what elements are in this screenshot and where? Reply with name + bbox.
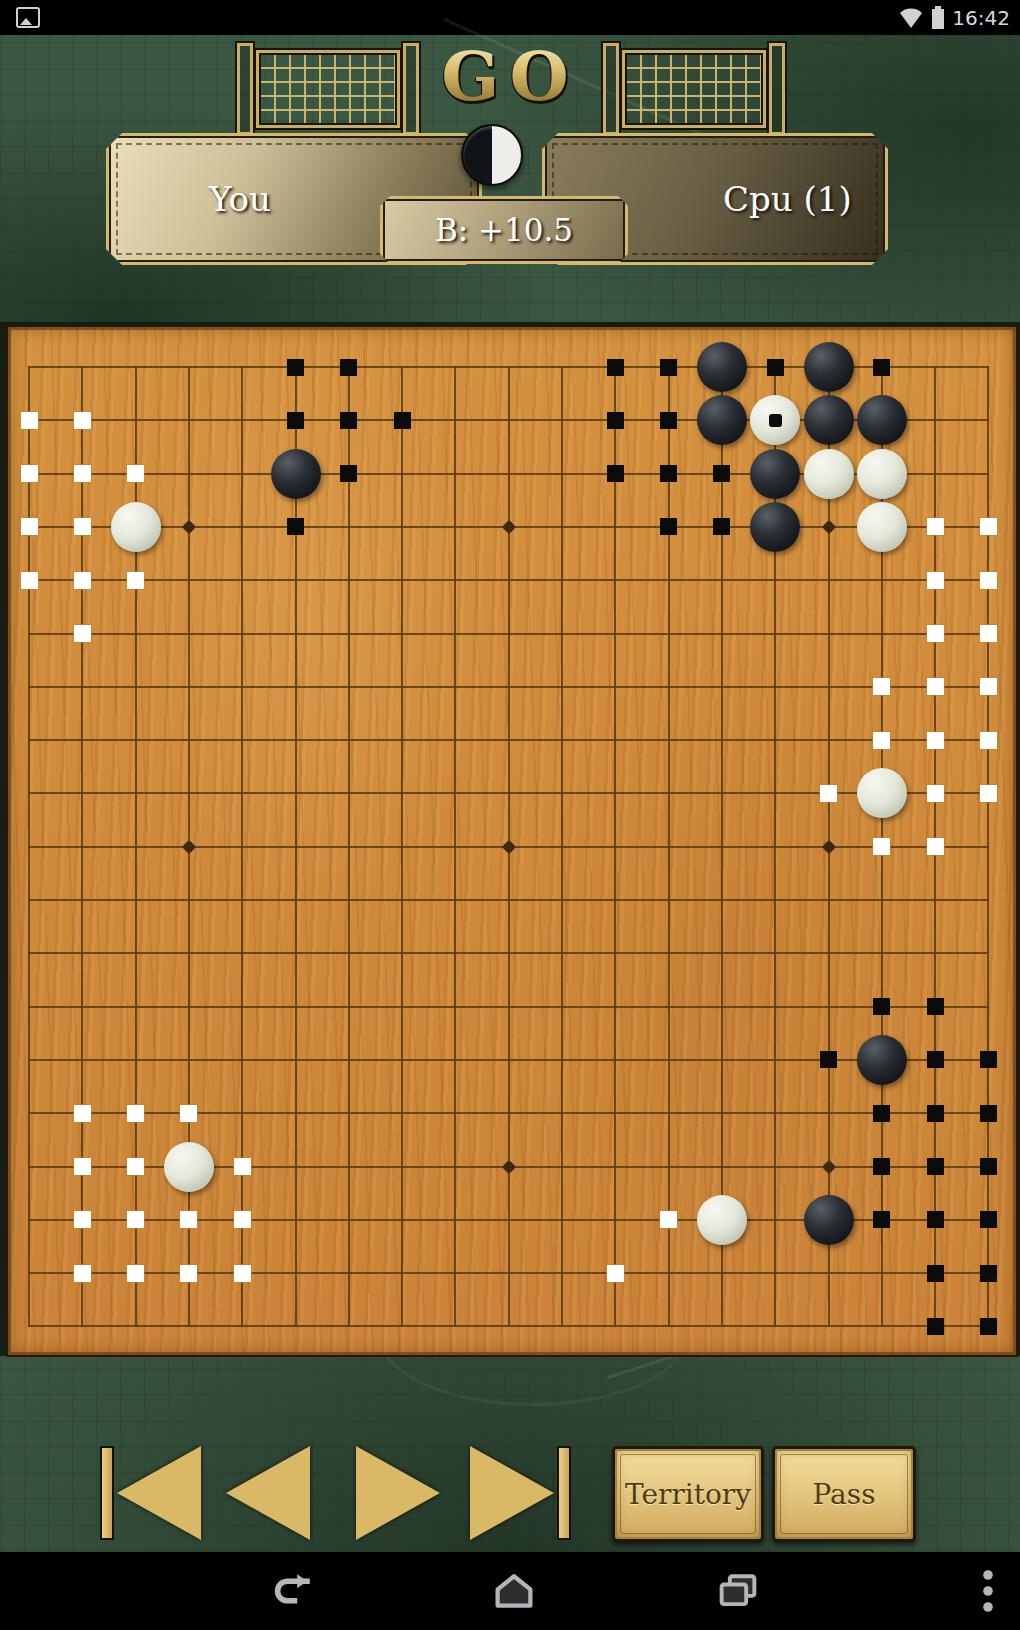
black-territory-mark <box>287 412 304 429</box>
app-title: GO <box>0 36 1020 116</box>
black-stone <box>857 1035 907 1085</box>
black-territory-mark <box>340 359 357 376</box>
star-point <box>821 520 835 534</box>
black-stone <box>697 342 747 392</box>
white-territory-mark <box>927 678 944 695</box>
white-territory-mark <box>21 412 38 429</box>
triangle-left-icon <box>226 1446 310 1540</box>
star-point <box>821 1159 835 1173</box>
star-point <box>821 840 835 854</box>
black-territory-mark <box>873 998 890 1015</box>
white-territory-mark <box>980 572 997 589</box>
white-territory-mark <box>607 1265 624 1282</box>
white-stone <box>857 449 907 499</box>
white-territory-mark <box>127 572 144 589</box>
go-to-end-button[interactable] <box>470 1444 571 1542</box>
territory-button[interactable]: Territory <box>612 1446 764 1542</box>
star-point <box>502 520 516 534</box>
white-territory-mark <box>21 465 38 482</box>
black-territory-mark <box>607 359 624 376</box>
white-territory-mark <box>927 838 944 855</box>
white-territory-mark <box>927 625 944 642</box>
grid-line <box>28 899 989 901</box>
black-territory-mark <box>980 1158 997 1175</box>
triangle-right-icon <box>470 1446 554 1540</box>
grid-line <box>28 1112 989 1114</box>
black-stone <box>857 395 907 445</box>
black-territory-mark <box>660 412 677 429</box>
white-territory-mark <box>927 518 944 535</box>
go-to-start-button[interactable] <box>100 1444 201 1542</box>
star-point <box>502 1159 516 1173</box>
board-frame <box>0 322 1020 1356</box>
triangle-left-icon <box>117 1446 201 1540</box>
score-plate: B: +10.5 <box>380 196 628 264</box>
white-territory-mark <box>74 572 91 589</box>
black-stone <box>804 1195 854 1245</box>
star-point <box>502 840 516 854</box>
white-stone <box>857 502 907 552</box>
white-territory-mark <box>74 1211 91 1228</box>
black-stone <box>750 449 800 499</box>
black-territory-mark <box>927 1158 944 1175</box>
grid-line <box>28 1006 989 1008</box>
grid-line <box>28 952 989 954</box>
grid-line <box>28 1059 989 1061</box>
last-move-marker <box>769 414 782 427</box>
black-stone <box>804 342 854 392</box>
territory-button-label: Territory <box>625 1478 751 1511</box>
white-territory-mark <box>234 1211 251 1228</box>
white-territory-mark <box>74 1158 91 1175</box>
notification-icon <box>16 7 40 28</box>
menu-button[interactable] <box>982 1569 994 1613</box>
black-territory-mark <box>660 518 677 535</box>
white-stone <box>111 502 161 552</box>
white-territory-mark <box>927 572 944 589</box>
back-button[interactable] <box>272 1574 314 1608</box>
white-territory-mark <box>980 785 997 802</box>
white-territory-mark <box>820 785 837 802</box>
white-stone <box>164 1142 214 1192</box>
white-territory-mark <box>127 1265 144 1282</box>
black-territory-mark <box>287 518 304 535</box>
white-territory-mark <box>74 1105 91 1122</box>
white-territory-mark <box>660 1211 677 1228</box>
white-territory-mark <box>873 838 890 855</box>
white-territory-mark <box>927 732 944 749</box>
black-territory-mark <box>927 1211 944 1228</box>
white-territory-mark <box>873 678 890 695</box>
white-territory-mark <box>127 1105 144 1122</box>
black-territory-mark <box>660 465 677 482</box>
black-territory-mark <box>820 1051 837 1068</box>
white-stone <box>697 1195 747 1245</box>
white-territory-mark <box>74 518 91 535</box>
black-territory-mark <box>873 1211 890 1228</box>
clock: 16:42 <box>952 6 1010 30</box>
grid-line <box>668 366 670 1327</box>
black-territory-mark <box>873 1105 890 1122</box>
recents-button[interactable] <box>716 1573 760 1609</box>
step-forward-button[interactable] <box>356 1444 440 1542</box>
skip-bar-icon <box>557 1446 571 1540</box>
black-territory-mark <box>980 1211 997 1228</box>
white-territory-mark <box>180 1105 197 1122</box>
black-territory-mark <box>767 359 784 376</box>
grid-line <box>721 366 723 1327</box>
black-territory-mark <box>873 1158 890 1175</box>
black-territory-mark <box>340 465 357 482</box>
black-territory-mark <box>394 412 411 429</box>
black-territory-mark <box>713 465 730 482</box>
white-territory-mark <box>127 465 144 482</box>
status-bar: 16:42 <box>0 0 1020 35</box>
pass-button-label: Pass <box>812 1478 875 1511</box>
black-territory-mark <box>660 359 677 376</box>
wifi-icon <box>898 6 924 30</box>
black-territory-mark <box>340 412 357 429</box>
white-territory-mark <box>180 1211 197 1228</box>
home-button[interactable] <box>492 1573 536 1609</box>
black-territory-mark <box>927 1105 944 1122</box>
black-territory-mark <box>980 1105 997 1122</box>
black-white-stone-icon <box>461 124 523 186</box>
battery-icon <box>931 6 945 30</box>
black-territory-mark <box>980 1265 997 1282</box>
white-territory-mark <box>980 678 997 695</box>
white-territory-mark <box>21 518 38 535</box>
grid-line <box>987 366 989 1327</box>
star-point <box>182 840 196 854</box>
black-territory-mark <box>927 1051 944 1068</box>
black-territory-mark <box>607 465 624 482</box>
black-territory-mark <box>980 1318 997 1335</box>
white-territory-mark <box>74 412 91 429</box>
white-territory-mark <box>127 1158 144 1175</box>
black-stone <box>804 395 854 445</box>
grid-line <box>28 1272 989 1274</box>
white-stone <box>857 768 907 818</box>
white-territory-mark <box>127 1211 144 1228</box>
white-stone <box>750 395 800 445</box>
star-point <box>182 520 196 534</box>
black-territory-mark <box>927 1318 944 1335</box>
score-text: B: +10.5 <box>435 212 573 248</box>
black-territory-mark <box>927 1265 944 1282</box>
white-territory-mark <box>980 625 997 642</box>
black-territory-mark <box>873 359 890 376</box>
grid-line <box>561 366 563 1327</box>
white-territory-mark <box>873 732 890 749</box>
black-territory-mark <box>607 412 624 429</box>
go-board[interactable] <box>6 325 1018 1357</box>
white-territory-mark <box>74 465 91 482</box>
black-stone <box>271 449 321 499</box>
black-stone <box>750 502 800 552</box>
skip-bar-icon <box>100 1446 114 1540</box>
white-territory-mark <box>21 572 38 589</box>
black-territory-mark <box>980 1051 997 1068</box>
white-territory-mark <box>980 518 997 535</box>
white-territory-mark <box>980 732 997 749</box>
white-territory-mark <box>234 1265 251 1282</box>
white-territory-mark <box>234 1158 251 1175</box>
step-back-button[interactable] <box>226 1444 310 1542</box>
white-territory-mark <box>74 1265 91 1282</box>
white-stone <box>804 449 854 499</box>
white-territory-mark <box>74 625 91 642</box>
white-territory-mark <box>927 785 944 802</box>
triangle-right-icon <box>356 1446 440 1540</box>
player-name-you: You <box>109 179 271 219</box>
black-territory-mark <box>287 359 304 376</box>
app-screen: 16:42 GO You Cpu (1) B: +10.5 Territory <box>0 0 1020 1630</box>
android-navbar <box>0 1552 1020 1630</box>
black-territory-mark <box>927 998 944 1015</box>
black-stone <box>697 395 747 445</box>
grid-line <box>28 1325 989 1327</box>
pass-button[interactable]: Pass <box>772 1446 916 1542</box>
white-territory-mark <box>180 1265 197 1282</box>
black-territory-mark <box>713 518 730 535</box>
grid-line <box>614 366 616 1327</box>
